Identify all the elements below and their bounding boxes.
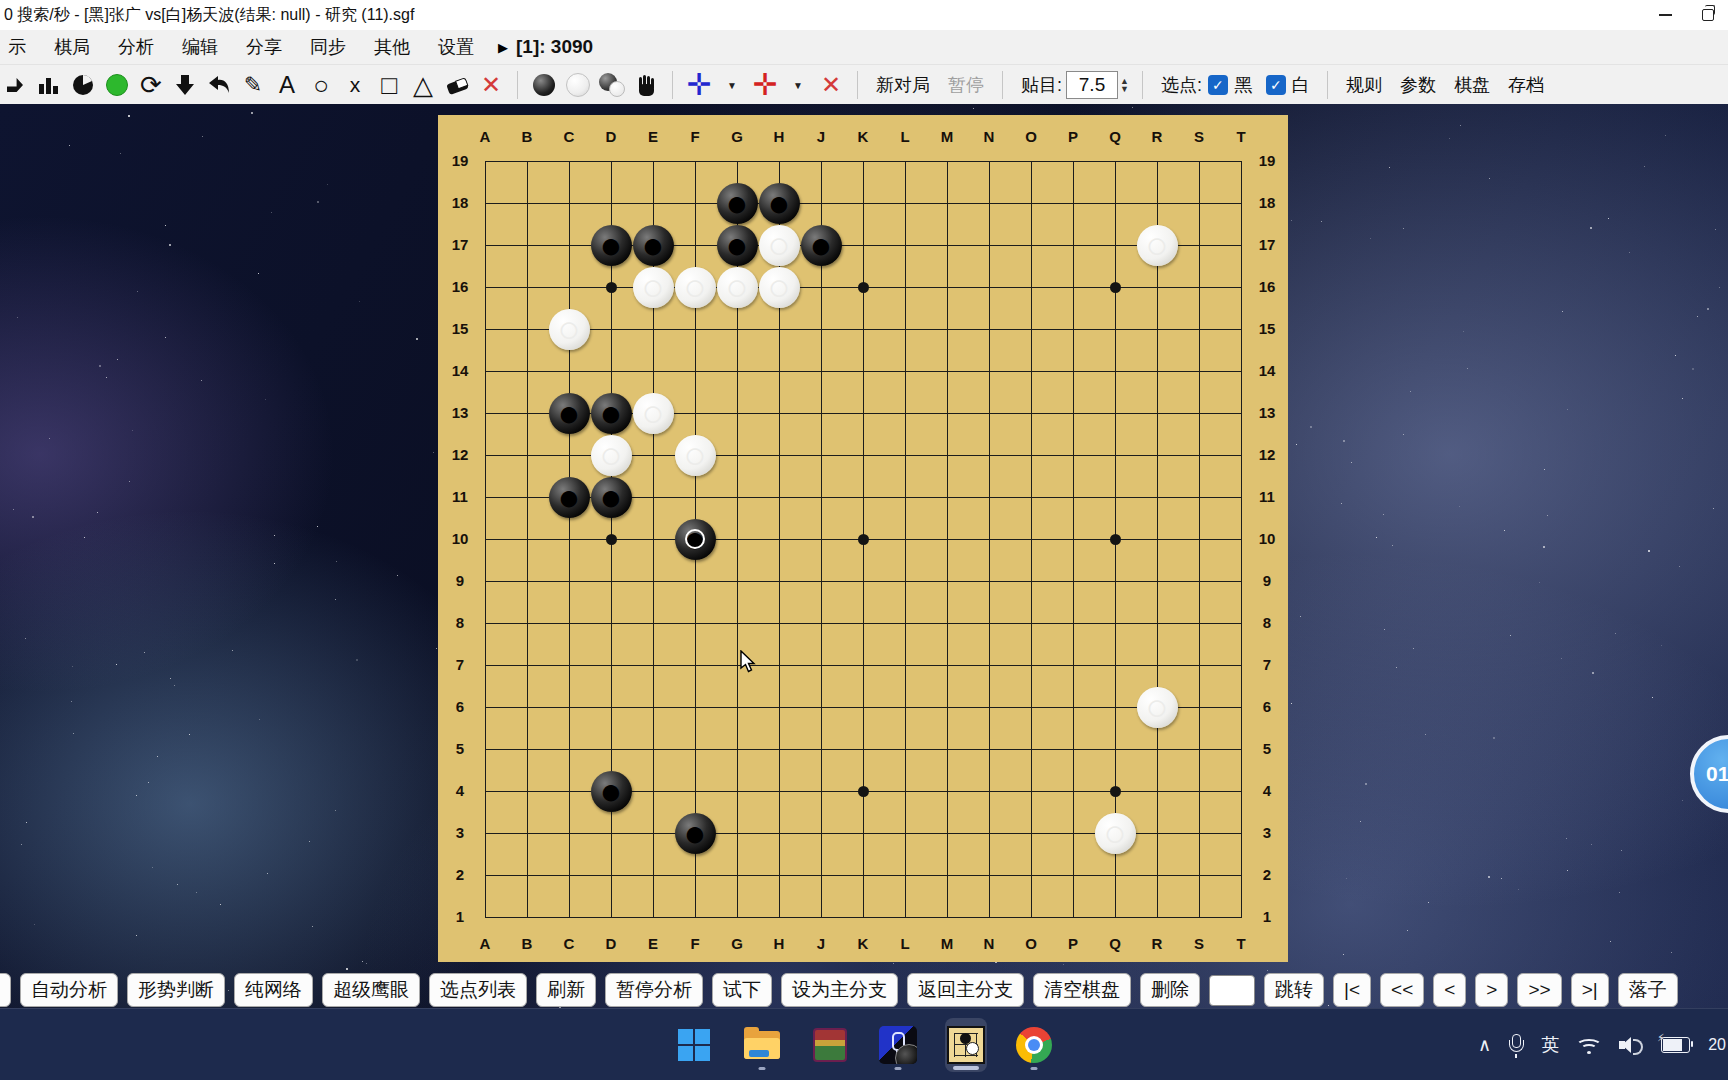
komi-input[interactable]: 7.5 (1066, 71, 1118, 99)
black-stone-D13: ● (591, 393, 632, 434)
col-label-top: F (677, 128, 713, 145)
triangle-mark-icon[interactable]: △ (408, 69, 438, 101)
white-stone-G16: ○ (717, 267, 758, 308)
star (433, 452, 434, 453)
screen: 0 搜索/秒 - [黑]张广 vs[白]杨天波(结果: null) - 研究 (… (0, 0, 1728, 1080)
star-point (858, 534, 869, 545)
star (317, 201, 319, 203)
row-label-left: 5 (442, 740, 478, 757)
star (1719, 287, 1720, 288)
row-label-left: 7 (442, 656, 478, 673)
col-label-bottom: L (887, 935, 923, 952)
col-label-bottom: O (1013, 935, 1049, 952)
row-label-right: 4 (1249, 782, 1285, 799)
star (1360, 821, 1361, 822)
star (1463, 331, 1464, 332)
black-stone-D17: ● (591, 225, 632, 266)
star (136, 795, 137, 796)
hand-icon[interactable] (631, 69, 661, 101)
red-x-icon[interactable]: ✕ (476, 69, 506, 101)
star (1384, 629, 1385, 630)
star (1504, 530, 1505, 531)
white-stone-R17: ○ (1137, 225, 1178, 266)
menu-bar: 示棋局分析编辑分享同步其他设置 ▶ [1]: 3090 (0, 30, 1728, 64)
toolbar: ⟳ ✎ A ○ x □ △ ✕ ✛ ▼ ✛ ▼ ✕ 新对局 暂停 贴目: 7.5… (0, 64, 1728, 106)
recorder-icon (879, 1026, 917, 1064)
star (1608, 218, 1609, 219)
try-move-button[interactable]: 试下 (712, 973, 772, 1007)
star (1383, 514, 1384, 515)
window-title: 0 搜索/秒 - [黑]张广 vs[白]杨天波(结果: null) - 研究 (… (0, 5, 414, 26)
star (157, 756, 158, 757)
col-label-top: O (1013, 128, 1049, 145)
title-bar: 0 搜索/秒 - [黑]张广 vs[白]杨天波(结果: null) - 研究 (… (0, 0, 1728, 30)
row-label-left: 8 (442, 614, 478, 631)
new-game-button[interactable]: 新对局 (867, 73, 939, 97)
menu-share[interactable]: 分享 (232, 37, 296, 57)
star (1365, 783, 1367, 785)
star-point (1110, 786, 1121, 797)
black-label: 黑 (1234, 73, 1252, 97)
star-point (1110, 282, 1121, 293)
white-stone-R6: ○ (1137, 687, 1178, 728)
restore-icon (1702, 9, 1714, 21)
archive-button[interactable]: 存档 (1499, 73, 1553, 97)
volume-icon[interactable] (1619, 1035, 1643, 1055)
star (346, 968, 348, 970)
star (1518, 889, 1519, 890)
row-label-left: 1 (442, 908, 478, 925)
star (1661, 645, 1662, 646)
pause-button[interactable]: 暂停 (939, 73, 993, 97)
x-mark-icon[interactable]: x (340, 69, 370, 101)
return-main-branch-button[interactable]: 返回主分支 (907, 973, 1024, 1007)
restore-button[interactable] (1688, 0, 1728, 30)
star (202, 136, 203, 137)
col-label-top: Q (1097, 128, 1133, 145)
white-stone-F12: ○ (675, 435, 716, 476)
wifi-icon[interactable] (1577, 1036, 1601, 1054)
white-stone-D12: ○ (591, 435, 632, 476)
col-label-bottom: N (971, 935, 1007, 952)
red-x-icon[interactable]: ✕ (816, 69, 846, 101)
auto-analysis-button[interactable]: 自动分析 (20, 973, 118, 1007)
star (1707, 308, 1709, 310)
clock-text: 20 (1708, 1036, 1726, 1054)
microphone-icon[interactable] (1509, 1034, 1523, 1056)
col-label-top: J (803, 128, 839, 145)
star (128, 115, 130, 117)
star (1644, 166, 1645, 167)
col-label-bottom: T (1223, 935, 1259, 952)
star (1697, 316, 1698, 317)
winrar-icon (813, 1028, 847, 1062)
star (1291, 220, 1292, 221)
star (336, 561, 337, 562)
star (1460, 125, 1461, 126)
black-stone-D4: ● (591, 771, 632, 812)
star (189, 734, 190, 735)
row-label-left: 16 (442, 278, 478, 295)
last-move-marker (685, 529, 705, 549)
star (1389, 167, 1390, 168)
star (165, 225, 166, 226)
nav-last-button[interactable]: >| (1571, 973, 1609, 1007)
star (1343, 954, 1344, 955)
star (1715, 229, 1716, 230)
star (1543, 546, 1545, 548)
chrome-button[interactable] (1013, 1018, 1055, 1072)
col-label-top: P (1055, 128, 1091, 145)
mouse-cursor (740, 650, 762, 674)
pie-icon[interactable] (68, 69, 98, 101)
start-button[interactable] (673, 1018, 715, 1072)
star (1539, 582, 1540, 583)
star (1343, 440, 1345, 442)
star (1665, 135, 1666, 136)
col-label-top: R (1139, 128, 1175, 145)
row-label-right: 10 (1249, 530, 1285, 547)
white-label: 白 (1292, 73, 1310, 97)
black-stone-icon[interactable] (529, 69, 559, 101)
set-main-branch-button[interactable]: 设为主分支 (781, 973, 898, 1007)
play-icon[interactable]: ▶ (498, 40, 508, 55)
col-label-top: S (1181, 128, 1217, 145)
share-button[interactable]: 享 (0, 973, 11, 1007)
white-stone-Q3: ○ (1095, 813, 1136, 854)
separator (517, 71, 518, 99)
col-label-top: G (719, 128, 755, 145)
menu-items: 示棋局分析编辑分享同步其他设置 (0, 35, 488, 59)
col-label-top: T (1223, 128, 1259, 145)
square-mark-icon[interactable]: □ (374, 69, 404, 101)
separator (672, 71, 673, 99)
pure-network-button[interactable]: 纯网络 (234, 973, 313, 1007)
star (152, 867, 153, 868)
black-stone-D11: ● (591, 477, 632, 518)
star (1682, 398, 1683, 399)
go-app-button[interactable] (945, 1018, 987, 1072)
row-label-right: 15 (1249, 320, 1285, 337)
star (362, 961, 363, 962)
star (71, 701, 72, 702)
star (21, 844, 22, 845)
menu-analysis[interactable]: 分析 (104, 37, 168, 57)
ime-indicator[interactable]: 英 (1541, 1033, 1559, 1057)
row-label-right: 6 (1249, 698, 1285, 715)
star-point (606, 534, 617, 545)
star (1619, 892, 1620, 893)
row-label-left: 15 (442, 320, 478, 337)
star (25, 638, 26, 639)
star (170, 678, 171, 679)
star (72, 666, 73, 667)
row-label-right: 1 (1249, 908, 1285, 925)
star (13, 509, 14, 510)
star (177, 884, 178, 885)
star (1566, 838, 1567, 839)
col-label-bottom: C (551, 935, 587, 952)
star (1488, 876, 1490, 878)
star (99, 365, 101, 367)
col-label-top: C (551, 128, 587, 145)
star (137, 291, 138, 292)
separator (1002, 71, 1003, 99)
undo-icon[interactable] (204, 69, 234, 101)
candidate-list-button[interactable]: 选点列表 (429, 973, 527, 1007)
star (1410, 391, 1411, 392)
file-explorer-button[interactable] (741, 1018, 783, 1072)
circle-mark-icon[interactable]: ○ (306, 69, 336, 101)
star (1467, 368, 1468, 369)
separator (1142, 71, 1143, 99)
star (1459, 506, 1460, 507)
menu-game[interactable]: 棋局 (40, 37, 104, 57)
star-point (606, 282, 617, 293)
sgf-recorder-button[interactable] (877, 1018, 919, 1072)
white-stone-F16: ○ (675, 267, 716, 308)
col-label-bottom: P (1055, 935, 1091, 952)
star (274, 535, 275, 536)
star-point (1110, 534, 1121, 545)
battery-icon[interactable]: ⚡ (1661, 1037, 1690, 1053)
separator (1327, 71, 1328, 99)
star (1428, 902, 1429, 903)
delete-button[interactable]: 删除 (1140, 973, 1200, 1007)
col-label-bottom: F (677, 935, 713, 952)
super-eagle-eye-button[interactable]: 超级鹰眼 (322, 973, 420, 1007)
komi-label: 贴目: (1012, 73, 1064, 97)
windows-logo-icon (678, 1029, 710, 1061)
place-stone-button[interactable]: 落子 (1618, 973, 1678, 1007)
black-stone-F10: ● (675, 519, 716, 560)
chevron-down-icon[interactable]: ▼ (783, 69, 813, 101)
black-candidates-checkbox[interactable]: ✓ (1208, 75, 1228, 95)
col-label-top: N (971, 128, 1007, 145)
menu-sync[interactable]: 同步 (296, 37, 360, 57)
desktop-wallpaper: AABBCCDDEEFFGGHHJJKKLLMMNNOOPPQQRRSSTT19… (0, 104, 1728, 1008)
alternate-stone-icon[interactable] (597, 69, 627, 101)
star (1501, 878, 1502, 879)
star (1562, 311, 1563, 312)
star (232, 650, 233, 651)
star (1615, 633, 1616, 634)
star (1300, 616, 1301, 617)
rules-button[interactable]: 规则 (1337, 73, 1391, 97)
params-button[interactable]: 参数 (1391, 73, 1445, 97)
menu-display[interactable]: 示 (0, 37, 40, 57)
star-point (858, 282, 869, 293)
row-label-right: 9 (1249, 572, 1285, 589)
star (397, 575, 398, 576)
row-label-right: 16 (1249, 278, 1285, 295)
red-cross-icon[interactable]: ✛ (750, 69, 780, 101)
col-label-top: B (509, 128, 545, 145)
eraser-icon[interactable] (442, 69, 472, 101)
pick-label: 选点: (1152, 73, 1202, 97)
nav-forward10-button[interactable]: >> (1517, 973, 1561, 1007)
star (73, 733, 74, 734)
star (1403, 434, 1404, 435)
star (129, 481, 130, 482)
star (1692, 368, 1694, 370)
star-point (858, 786, 869, 797)
star (309, 841, 310, 842)
bottom-toolbar: 享自动分析形势判断纯网络超级鹰眼选点列表刷新暂停分析试下设为主分支返回主分支清空… (0, 972, 1728, 1008)
black-stone-C11: ● (549, 477, 590, 518)
star (1493, 737, 1495, 739)
clipped-icon[interactable] (0, 69, 30, 101)
star (165, 337, 166, 338)
row-label-right: 14 (1249, 362, 1285, 379)
row-label-left: 18 (442, 194, 478, 211)
board-button[interactable]: 棋盘 (1445, 73, 1499, 97)
row-label-right: 13 (1249, 404, 1285, 421)
down-arrow-icon[interactable] (170, 69, 200, 101)
star (106, 377, 107, 378)
star (49, 438, 50, 439)
star (116, 664, 117, 665)
row-label-right: 11 (1249, 488, 1285, 505)
menu-other[interactable]: 其他 (360, 37, 424, 57)
star (34, 924, 35, 925)
separator (857, 71, 858, 99)
winrar-button[interactable] (809, 1018, 851, 1072)
star (1425, 734, 1426, 735)
star (1063, 964, 1064, 965)
white-stone-icon[interactable] (563, 69, 593, 101)
col-label-top: E (635, 128, 671, 145)
star (366, 963, 367, 964)
record-icon[interactable] (102, 69, 132, 101)
row-label-left: 12 (442, 446, 478, 463)
star (1351, 462, 1352, 463)
refresh-button[interactable]: 刷新 (536, 973, 596, 1007)
row-label-right: 17 (1249, 236, 1285, 253)
menu-settings[interactable]: 设置 (424, 37, 488, 57)
nav-forward-button[interactable]: > (1475, 973, 1508, 1007)
tray-chevron-icon[interactable]: ∧ (1478, 1034, 1491, 1056)
star (220, 904, 221, 905)
star (201, 380, 202, 381)
star (1489, 178, 1490, 179)
row-label-right: 7 (1249, 656, 1285, 673)
col-label-bottom: E (635, 935, 671, 952)
row-label-left: 4 (442, 782, 478, 799)
white-stone-C15: ○ (549, 309, 590, 350)
white-stone-H17: ○ (759, 225, 800, 266)
col-label-top: D (593, 128, 629, 145)
row-label-left: 17 (442, 236, 478, 253)
col-label-bottom: J (803, 935, 839, 952)
star (1679, 566, 1680, 567)
go-board[interactable]: AABBCCDDEEFFGGHHJJKKLLMMNNOOPPQQRRSSTT19… (438, 115, 1288, 962)
go-board-icon (947, 1026, 985, 1064)
jump-move-input[interactable] (1209, 975, 1255, 1006)
white-stone-E13: ○ (633, 393, 674, 434)
row-label-left: 9 (442, 572, 478, 589)
star (1346, 878, 1347, 879)
star (84, 537, 85, 538)
row-label-left: 14 (442, 362, 478, 379)
row-label-right: 8 (1249, 614, 1285, 631)
letter-a-icon[interactable]: A (272, 69, 302, 101)
star (1403, 228, 1404, 229)
row-label-left: 10 (442, 530, 478, 547)
komi-spinner[interactable]: ▲▼ (1120, 77, 1129, 93)
col-label-top: K (845, 128, 881, 145)
star (1561, 658, 1562, 659)
nav-first-button[interactable]: |< (1333, 973, 1371, 1007)
star (117, 359, 118, 360)
row-label-left: 2 (442, 866, 478, 883)
star (169, 244, 171, 246)
chevron-down-icon[interactable]: ▼ (717, 69, 747, 101)
row-label-left: 6 (442, 698, 478, 715)
situation-judgement-button[interactable]: 形势判断 (127, 973, 225, 1007)
blue-cross-icon[interactable]: ✛ (684, 69, 714, 101)
nav-back-button[interactable]: < (1433, 973, 1466, 1007)
star (1296, 444, 1297, 445)
star (1449, 138, 1450, 139)
col-label-bottom: D (593, 935, 629, 952)
white-candidates-checkbox[interactable]: ✓ (1266, 75, 1286, 95)
star (1567, 409, 1568, 410)
star (196, 892, 197, 893)
minimize-icon (1659, 14, 1672, 16)
row-label-left: 3 (442, 824, 478, 841)
black-stone-F3: ● (675, 813, 716, 854)
star (1341, 503, 1342, 504)
col-label-bottom: K (845, 935, 881, 952)
star (174, 685, 175, 686)
star (973, 108, 974, 109)
star (136, 935, 137, 936)
pen-icon[interactable]: ✎ (238, 69, 268, 101)
star (1392, 545, 1393, 546)
refresh-icon[interactable]: ⟳ (136, 69, 166, 101)
star (1675, 355, 1676, 356)
folder-icon (744, 1031, 780, 1059)
star (265, 399, 266, 400)
star (97, 512, 98, 513)
star (144, 652, 145, 653)
clear-board-button[interactable]: 清空棋盘 (1033, 973, 1131, 1007)
nav-back10-button[interactable]: << (1380, 973, 1424, 1007)
star (1321, 221, 1322, 222)
col-label-bottom: B (509, 935, 545, 952)
minimize-button[interactable] (1642, 0, 1688, 30)
menu-edit[interactable]: 编辑 (168, 37, 232, 57)
col-label-bottom: S (1181, 935, 1217, 952)
black-stone-G18: ● (717, 183, 758, 224)
star (26, 822, 27, 823)
col-label-bottom: R (1139, 935, 1175, 952)
white-stone-E16: ○ (633, 267, 674, 308)
black-stone-E17: ● (633, 225, 674, 266)
star (1629, 252, 1630, 253)
jump-button[interactable]: 跳转 (1264, 973, 1324, 1007)
star (271, 212, 272, 213)
visits-counter: [1]: 3090 (516, 36, 593, 58)
star (1652, 697, 1653, 698)
timer-badge[interactable]: 01 (1690, 735, 1728, 813)
star (132, 430, 133, 431)
col-label-bottom: G (719, 935, 755, 952)
row-label-right: 19 (1249, 152, 1285, 169)
pause-analysis-button[interactable]: 暂停分析 (605, 973, 703, 1007)
chart-icon[interactable] (34, 69, 64, 101)
